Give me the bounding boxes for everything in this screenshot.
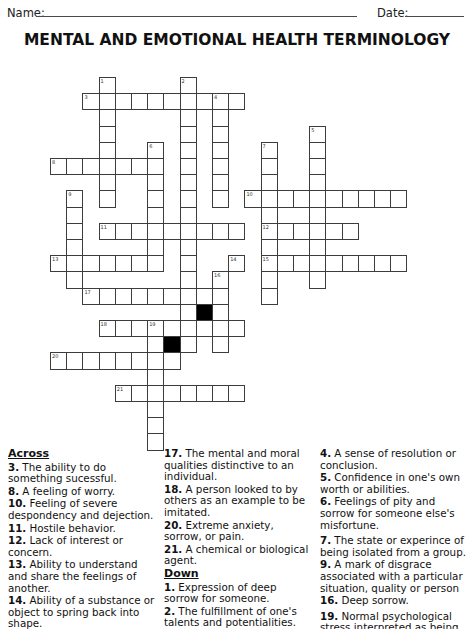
clue-across-13: 13. Ability to understand and share the … xyxy=(8,559,158,594)
grid-cell[interactable] xyxy=(99,174,116,191)
grid-cell[interactable] xyxy=(261,255,278,272)
grid-cell[interactable] xyxy=(180,385,197,402)
grid-cell[interactable] xyxy=(309,271,326,288)
grid-cell[interactable] xyxy=(99,126,116,143)
grid-cell[interactable] xyxy=(180,304,197,321)
grid-cell[interactable] xyxy=(261,288,278,305)
grid-cell[interactable] xyxy=(196,385,213,402)
grid-cell[interactable] xyxy=(180,320,197,337)
clue-across-21: 21. A chemical or biological agent. xyxy=(164,544,314,567)
grid-cell[interactable] xyxy=(196,320,213,337)
grid-cell[interactable] xyxy=(147,417,164,434)
name-line xyxy=(36,3,357,17)
grid-cell[interactable] xyxy=(277,255,294,272)
grid-cell[interactable] xyxy=(261,190,278,207)
grid-cell[interactable] xyxy=(180,223,197,240)
grid-cell[interactable] xyxy=(99,190,116,207)
grid-cell[interactable] xyxy=(180,126,197,143)
grid-cell[interactable] xyxy=(66,239,83,256)
grid-cell[interactable] xyxy=(358,255,375,272)
grid-cell[interactable] xyxy=(180,239,197,256)
clue-down-19: 19. Normal psychological stress interpre… xyxy=(320,611,470,629)
grid-cell[interactable] xyxy=(212,320,229,337)
grid-cell[interactable] xyxy=(293,223,310,240)
down-clues-column-2: 4. A sense of resolution or conclusion.5… xyxy=(320,448,470,629)
grid-cell[interactable] xyxy=(180,288,197,305)
grid-cell[interactable] xyxy=(115,288,132,305)
clue-across-3: 3. The ability to do something sucessful… xyxy=(8,462,158,485)
grid-cell[interactable] xyxy=(147,174,164,191)
grid-cell[interactable] xyxy=(131,158,148,175)
clue-down-5: 5. Confidence in one's own worth or abil… xyxy=(320,472,470,495)
clue-down-1: 1. Expression of deep sorrow for someone… xyxy=(164,582,314,605)
grid-cell[interactable] xyxy=(147,288,164,305)
grid-cell[interactable] xyxy=(293,255,310,272)
clue-across-11: 11. Hostile behavior. xyxy=(8,523,158,535)
grid-cell[interactable] xyxy=(293,190,310,207)
grid-cell[interactable] xyxy=(50,158,67,175)
grid-cell[interactable] xyxy=(277,223,294,240)
grid-cell[interactable] xyxy=(212,271,229,288)
grid-cell[interactable] xyxy=(66,352,83,369)
down-clues-column-1: 1. Expression of deep sorrow for someone… xyxy=(164,582,314,629)
grid-cell[interactable] xyxy=(115,158,132,175)
grid-cell[interactable] xyxy=(309,142,326,159)
grid-cell[interactable] xyxy=(131,93,148,110)
grid-cell[interactable] xyxy=(212,190,229,207)
grid-cell[interactable] xyxy=(115,320,132,337)
grid-cell[interactable] xyxy=(163,93,180,110)
grid-cell[interactable] xyxy=(180,109,197,126)
grid-cell[interactable] xyxy=(131,255,148,272)
clue-down-6: 6. Feelings of pity and sorrow for someo… xyxy=(320,496,470,531)
grid-cell[interactable] xyxy=(261,239,278,256)
grid-cell[interactable] xyxy=(212,142,229,159)
grid-cell[interactable] xyxy=(342,255,359,272)
grid-cell[interactable] xyxy=(131,288,148,305)
grid-cell[interactable] xyxy=(309,158,326,175)
down-header: Down xyxy=(164,568,314,580)
grid-cell[interactable] xyxy=(180,255,197,272)
grid-cell[interactable] xyxy=(147,223,164,240)
grid-cell[interactable] xyxy=(261,223,278,240)
grid-cell[interactable] xyxy=(212,288,229,305)
grid-cell[interactable] xyxy=(99,320,116,337)
grid-cell[interactable] xyxy=(390,255,407,272)
grid-cell[interactable] xyxy=(66,223,83,240)
grid-cell[interactable] xyxy=(228,320,245,337)
grid-cell[interactable] xyxy=(261,174,278,191)
grid-cell[interactable] xyxy=(309,126,326,143)
grid-cell[interactable] xyxy=(50,352,67,369)
grid-cell[interactable] xyxy=(99,77,116,94)
grid-cell[interactable] xyxy=(261,142,278,159)
clue-down-16: 16. Deep sorrow. xyxy=(320,595,470,607)
grid-cell[interactable] xyxy=(228,93,245,110)
clue-across-18: 18. A person looked to by others as an e… xyxy=(164,484,314,519)
date-line xyxy=(405,3,464,17)
grid-cell[interactable] xyxy=(99,223,116,240)
grid-cell[interactable] xyxy=(390,190,407,207)
grid-cell[interactable] xyxy=(180,158,197,175)
grid-cell[interactable] xyxy=(325,190,342,207)
date-label: Date: xyxy=(377,6,408,20)
grid-cell[interactable] xyxy=(99,109,116,126)
grid-cell[interactable] xyxy=(358,190,375,207)
grid-cell[interactable] xyxy=(82,255,99,272)
grid-cell[interactable] xyxy=(212,109,229,126)
clue-across-10: 10. Feeling of severe despondency and de… xyxy=(8,498,158,521)
grid-cell[interactable] xyxy=(261,207,278,224)
black-cell xyxy=(196,304,213,321)
across-header: Across xyxy=(8,448,158,460)
grid-cell[interactable] xyxy=(163,385,180,402)
grid-cell[interactable] xyxy=(82,93,99,110)
grid-cell[interactable] xyxy=(163,223,180,240)
grid-cell[interactable] xyxy=(180,93,197,110)
grid-cell[interactable] xyxy=(244,190,261,207)
grid-cell[interactable] xyxy=(147,352,164,369)
grid-cell[interactable] xyxy=(180,271,197,288)
grid-cell[interactable] xyxy=(180,190,197,207)
grid-cell[interactable] xyxy=(180,174,197,191)
grid-cell[interactable] xyxy=(212,174,229,191)
grid-cell[interactable] xyxy=(115,385,132,402)
grid-cell[interactable] xyxy=(374,190,391,207)
grid-cell[interactable] xyxy=(228,223,245,240)
grid-cell[interactable] xyxy=(261,158,278,175)
grid-cell[interactable] xyxy=(147,158,164,175)
grid-cell[interactable] xyxy=(66,158,83,175)
grid-cell[interactable] xyxy=(82,158,99,175)
grid-cell[interactable] xyxy=(99,288,116,305)
grid-cell[interactable] xyxy=(325,255,342,272)
grid-cell[interactable] xyxy=(196,93,213,110)
grid-cell[interactable] xyxy=(147,401,164,418)
grid-cell[interactable] xyxy=(163,352,180,369)
clue-down-7: 7. The state or experince of being isola… xyxy=(320,535,470,558)
grid-cell[interactable] xyxy=(309,207,326,224)
grid-cell[interactable] xyxy=(147,190,164,207)
grid-cell[interactable] xyxy=(196,288,213,305)
page-title: MENTAL AND EMOTIONAL HEALTH TERMINOLOGY xyxy=(0,31,474,49)
grid-cell[interactable] xyxy=(163,320,180,337)
grid-cell[interactable] xyxy=(115,93,132,110)
clue-down-2: 2. The fulfillment of one's talents and … xyxy=(164,606,314,629)
grid-cell[interactable] xyxy=(212,223,229,240)
grid-cell[interactable] xyxy=(196,223,213,240)
grid-cell[interactable] xyxy=(66,271,83,288)
grid-cell[interactable] xyxy=(50,255,67,272)
grid-cell[interactable] xyxy=(309,223,326,240)
clue-across-8: 8. A feeling of worry. xyxy=(8,486,158,498)
grid-cell[interactable] xyxy=(212,93,229,110)
grid-cell[interactable] xyxy=(325,223,342,240)
grid-cell[interactable] xyxy=(147,336,164,353)
grid-cell[interactable] xyxy=(147,255,164,272)
grid-cell[interactable] xyxy=(212,336,229,353)
grid-cell[interactable] xyxy=(180,336,197,353)
grid-cell[interactable] xyxy=(66,207,83,224)
grid-cell[interactable] xyxy=(163,288,180,305)
grid-cell[interactable] xyxy=(99,158,116,175)
grid-cell[interactable] xyxy=(82,352,99,369)
clue-down-4: 4. A sense of resolution or conclusion. xyxy=(320,448,470,471)
grid-cell[interactable] xyxy=(99,93,116,110)
grid-cell[interactable] xyxy=(131,223,148,240)
grid-cell[interactable] xyxy=(228,385,245,402)
grid-cell[interactable] xyxy=(212,304,229,321)
clue-across-12: 12. Lack of interest or concern. xyxy=(8,535,158,558)
grid-cell[interactable] xyxy=(180,207,197,224)
grid-cell[interactable] xyxy=(99,142,116,159)
grid-cell[interactable] xyxy=(180,77,197,94)
grid-cell[interactable] xyxy=(147,239,164,256)
grid-cell[interactable] xyxy=(309,174,326,191)
clue-across-17: 17. The mental and moral qualities disti… xyxy=(164,448,314,483)
clue-across-20: 20. Extreme anxiety, sorrow, or pain. xyxy=(164,520,314,543)
grid-cell[interactable] xyxy=(131,320,148,337)
grid-cell[interactable] xyxy=(261,271,278,288)
grid-cell[interactable] xyxy=(212,126,229,143)
grid-cell[interactable] xyxy=(212,385,229,402)
grid-cell[interactable] xyxy=(131,352,148,369)
clue-down-9: 9. A mark of disgrace associated with a … xyxy=(320,559,470,594)
grid-cell[interactable] xyxy=(147,142,164,159)
across-clues-column-2: 17. The mental and moral qualities disti… xyxy=(164,448,314,567)
grid-cell[interactable] xyxy=(147,93,164,110)
grid-cell[interactable] xyxy=(309,239,326,256)
grid-cell[interactable] xyxy=(309,190,326,207)
grid-cell[interactable] xyxy=(66,190,83,207)
grid-cell[interactable] xyxy=(131,385,148,402)
grid-cell[interactable] xyxy=(99,352,116,369)
grid-cell[interactable] xyxy=(99,255,116,272)
across-clues-column-1: 3. The ability to do something sucessful… xyxy=(8,462,158,629)
grid-cell[interactable] xyxy=(374,255,391,272)
grid-cell[interactable] xyxy=(115,352,132,369)
grid-cell[interactable] xyxy=(82,288,99,305)
grid-cell[interactable] xyxy=(212,158,229,175)
grid-cell[interactable] xyxy=(277,190,294,207)
grid-cell[interactable] xyxy=(228,255,245,272)
clue-across-14: 14. Ability of a substance or object to … xyxy=(8,595,158,629)
grid-cell[interactable] xyxy=(180,142,197,159)
grid-cell[interactable] xyxy=(115,255,132,272)
grid-cell[interactable] xyxy=(147,207,164,224)
grid-cell[interactable] xyxy=(147,320,164,337)
grid-cell[interactable] xyxy=(115,223,132,240)
grid-cell[interactable] xyxy=(147,369,164,386)
grid-cell[interactable] xyxy=(147,385,164,402)
grid-cell[interactable] xyxy=(309,255,326,272)
grid-cell[interactable] xyxy=(342,190,359,207)
grid-cell[interactable] xyxy=(66,255,83,272)
grid-cell[interactable] xyxy=(342,223,359,240)
black-cell xyxy=(163,336,180,353)
